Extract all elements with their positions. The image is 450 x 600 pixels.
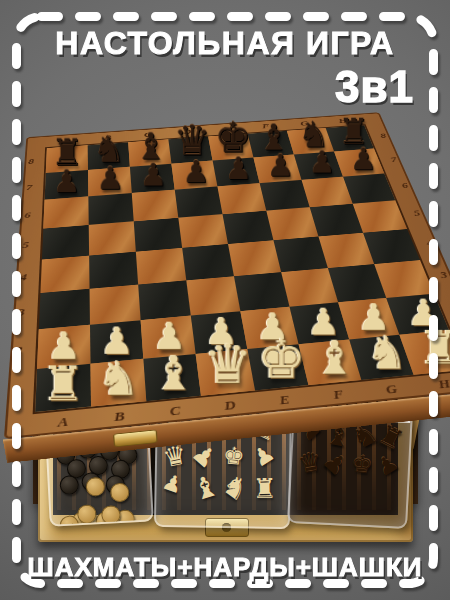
black-pawn: ♟ xyxy=(40,166,93,197)
coord-label: 7 xyxy=(25,174,33,201)
coord-label: 6 xyxy=(23,201,31,230)
light-chess-piece: ♜ xyxy=(252,475,277,502)
square-b7: ♟ xyxy=(88,167,132,197)
coord-label: 8 xyxy=(27,149,35,174)
square-h6 xyxy=(343,174,395,204)
square-e4 xyxy=(228,240,281,276)
light-checker xyxy=(85,477,105,497)
square-a5 xyxy=(42,225,89,260)
square-c4 xyxy=(136,248,186,285)
latch-icon xyxy=(113,429,158,447)
coord-label: 1 xyxy=(11,370,22,414)
square-c5 xyxy=(134,218,182,252)
light-checker xyxy=(77,504,97,524)
coord-label: 5 xyxy=(408,199,427,228)
coord-label: G xyxy=(363,379,421,399)
dark-chess-piece: ♚ xyxy=(350,452,374,478)
square-b1: ♞ xyxy=(90,359,146,407)
light-chess-piece: ♟ xyxy=(159,470,185,497)
chess-photo: ABCDEFGH ABCDEFGH 87654321 87654321 ♜♞♝♛… xyxy=(0,84,450,404)
coord-label: 4 xyxy=(420,227,440,258)
product-card: НАСТОЛЬНАЯ ИГРА 3в1 ABCDEFGH ABCDEFGH 87… xyxy=(0,0,450,600)
light-checker xyxy=(101,505,121,525)
square-d4 xyxy=(182,244,234,280)
square-a4 xyxy=(40,256,89,293)
coord-label: 4 xyxy=(19,261,28,295)
light-chess-piece: ♟ xyxy=(249,441,279,472)
square-c6 xyxy=(132,190,179,222)
coord-label: D xyxy=(202,395,259,416)
coord-label: F xyxy=(310,385,368,406)
square-a6 xyxy=(43,196,88,228)
coord-label: H xyxy=(415,374,450,394)
square-f4 xyxy=(273,236,327,272)
coord-label: E xyxy=(256,390,313,411)
light-chess-piece: ♝ xyxy=(189,471,222,506)
chess-board: ABCDEFGH ABCDEFGH 87654321 87654321 ♜♞♝♛… xyxy=(4,112,450,439)
square-d6 xyxy=(175,186,223,217)
square-c7: ♟ xyxy=(130,164,175,193)
square-h4 xyxy=(363,229,420,264)
coord-label: 3 xyxy=(16,294,26,331)
square-h5 xyxy=(353,200,408,232)
square-a1: ♜ xyxy=(35,364,91,412)
square-e6 xyxy=(217,183,266,214)
square-b4 xyxy=(89,252,138,289)
coord-label: 3 xyxy=(433,258,450,292)
light-chess-piece: ♚ xyxy=(222,443,245,468)
coord-label: 5 xyxy=(21,230,30,262)
square-b6 xyxy=(88,193,133,225)
square-d5 xyxy=(178,214,228,248)
coord-label: B xyxy=(91,406,148,427)
page-title: НАСТОЛЬНАЯ ИГРА xyxy=(0,25,450,62)
square-a7: ♟ xyxy=(45,170,89,200)
dark-chess-piece: ♟ xyxy=(373,450,403,480)
dark-checker xyxy=(59,475,79,495)
white-rook: ♜ xyxy=(30,359,97,407)
coord-label: C xyxy=(147,401,204,422)
coord-label: 2 xyxy=(14,331,24,371)
coord-label: A xyxy=(34,411,91,433)
light-checker xyxy=(110,483,130,503)
light-chess-piece: ♞ xyxy=(217,470,254,507)
square-e5 xyxy=(222,211,273,244)
badge-3in1: 3в1 xyxy=(335,62,414,112)
footer-caption: ШАХМАТЫ+НАРДЫ+ШАШКИ xyxy=(0,552,450,583)
square-b5 xyxy=(89,221,136,255)
board-grid: ♜♞♝♛♚♝♞♜♟♟♟♟♟♟♟♟♟♟♟♟♟♟♟♟♜♞♝♛♚♝♞♜ xyxy=(35,125,450,412)
coord-label: 6 xyxy=(396,172,413,199)
board-frame: ABCDEFGH ABCDEFGH 87654321 87654321 ♜♞♝♛… xyxy=(4,112,450,439)
